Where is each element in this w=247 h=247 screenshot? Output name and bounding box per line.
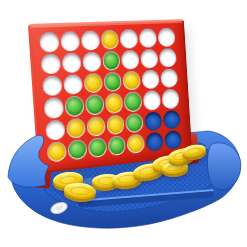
connect-four-product-photo <box>0 0 247 247</box>
tray-discs-layer <box>0 0 247 247</box>
loose-yellow-disc <box>181 143 207 159</box>
loose-yellow-disc <box>63 182 96 200</box>
